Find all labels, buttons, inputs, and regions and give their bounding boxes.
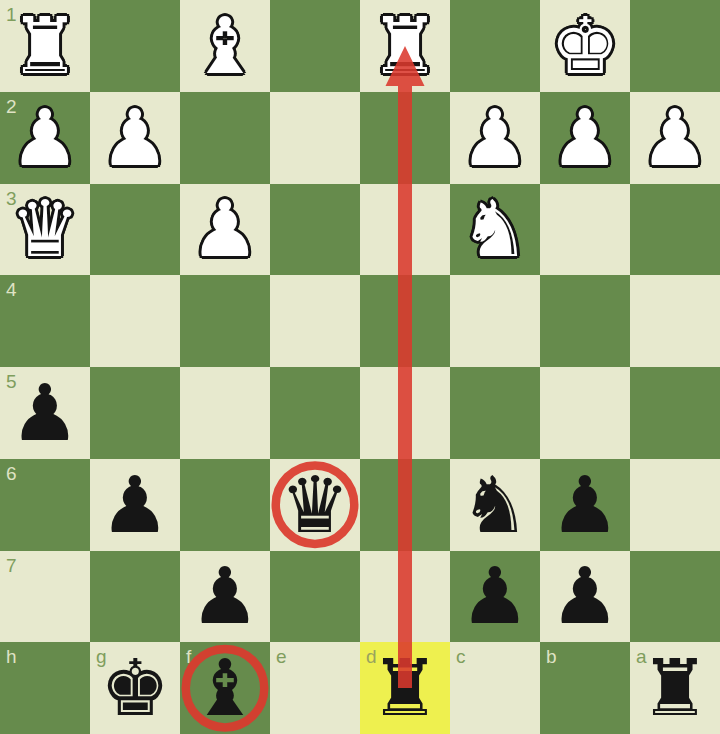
square-b2[interactable]: ♟ — [540, 92, 630, 184]
white-pawn[interactable]: ♟ — [630, 92, 720, 184]
white-pawn[interactable]: ♟ — [180, 184, 270, 276]
square-b4[interactable] — [540, 275, 630, 367]
black-pawn[interactable]: ♟ — [540, 459, 630, 551]
black-queen[interactable]: ♛ — [270, 459, 360, 551]
square-d3[interactable] — [360, 184, 450, 276]
rank-label-4: 4 — [6, 280, 17, 299]
square-c6[interactable]: ♞ — [450, 459, 540, 551]
square-e2[interactable] — [270, 92, 360, 184]
square-f4[interactable] — [180, 275, 270, 367]
square-f8[interactable]: ♝f — [180, 642, 270, 734]
square-e1[interactable] — [270, 0, 360, 92]
file-label-h: h — [6, 647, 17, 666]
square-g4[interactable] — [90, 275, 180, 367]
square-b5[interactable] — [540, 367, 630, 459]
square-f7[interactable]: ♟ — [180, 551, 270, 643]
square-d7[interactable] — [360, 551, 450, 643]
square-h5[interactable]: ♟5 — [0, 367, 90, 459]
white-pawn[interactable]: ♟ — [540, 92, 630, 184]
black-rook[interactable]: ♜ — [630, 642, 720, 734]
black-rook[interactable]: ♜ — [360, 642, 450, 734]
square-b3[interactable] — [540, 184, 630, 276]
square-a8[interactable]: ♜a — [630, 642, 720, 734]
square-g6[interactable]: ♟ — [90, 459, 180, 551]
square-f6[interactable] — [180, 459, 270, 551]
square-h6[interactable]: 6 — [0, 459, 90, 551]
square-b1[interactable]: ♚ — [540, 0, 630, 92]
square-h7[interactable]: 7 — [0, 551, 90, 643]
square-g2[interactable]: ♟ — [90, 92, 180, 184]
file-label-c: c — [456, 647, 466, 666]
white-queen[interactable]: ♛ — [0, 184, 90, 276]
square-h4[interactable]: 4 — [0, 275, 90, 367]
white-pawn[interactable]: ♟ — [450, 92, 540, 184]
white-bishop[interactable]: ♝ — [180, 0, 270, 92]
square-f5[interactable] — [180, 367, 270, 459]
square-c8[interactable]: c — [450, 642, 540, 734]
square-a6[interactable] — [630, 459, 720, 551]
square-f1[interactable]: ♝ — [180, 0, 270, 92]
rank-label-6: 6 — [6, 464, 17, 483]
black-pawn[interactable]: ♟ — [450, 551, 540, 643]
square-d5[interactable] — [360, 367, 450, 459]
square-d2[interactable] — [360, 92, 450, 184]
black-bishop[interactable]: ♝ — [180, 642, 270, 734]
square-b7[interactable]: ♟ — [540, 551, 630, 643]
white-knight[interactable]: ♞ — [450, 184, 540, 276]
square-a5[interactable] — [630, 367, 720, 459]
rank-label-7: 7 — [6, 556, 17, 575]
square-e5[interactable] — [270, 367, 360, 459]
square-h2[interactable]: ♟2 — [0, 92, 90, 184]
square-e6[interactable]: ♛ — [270, 459, 360, 551]
white-pawn[interactable]: ♟ — [0, 92, 90, 184]
square-e4[interactable] — [270, 275, 360, 367]
black-knight[interactable]: ♞ — [450, 459, 540, 551]
square-e3[interactable] — [270, 184, 360, 276]
square-b6[interactable]: ♟ — [540, 459, 630, 551]
white-king[interactable]: ♚ — [540, 0, 630, 92]
square-e8[interactable]: e — [270, 642, 360, 734]
square-g3[interactable] — [90, 184, 180, 276]
square-f2[interactable] — [180, 92, 270, 184]
square-c1[interactable] — [450, 0, 540, 92]
file-label-b: b — [546, 647, 557, 666]
square-e7[interactable] — [270, 551, 360, 643]
chess-board: ♜1♝♜♚♟2♟♟♟♟♛3♟♞4♟56♟♛♞♟7♟♟♟h♚g♝fe♜dcb♜a — [0, 0, 720, 734]
square-g5[interactable] — [90, 367, 180, 459]
square-d1[interactable]: ♜ — [360, 0, 450, 92]
square-b8[interactable]: b — [540, 642, 630, 734]
file-label-e: e — [276, 647, 287, 666]
square-c3[interactable]: ♞ — [450, 184, 540, 276]
white-rook[interactable]: ♜ — [0, 0, 90, 92]
white-pawn[interactable]: ♟ — [90, 92, 180, 184]
square-d4[interactable] — [360, 275, 450, 367]
square-c4[interactable] — [450, 275, 540, 367]
square-d6[interactable] — [360, 459, 450, 551]
square-d8[interactable]: ♜d — [360, 642, 450, 734]
square-a2[interactable]: ♟ — [630, 92, 720, 184]
square-g1[interactable] — [90, 0, 180, 92]
black-king[interactable]: ♚ — [90, 642, 180, 734]
square-c5[interactable] — [450, 367, 540, 459]
square-a3[interactable] — [630, 184, 720, 276]
square-c7[interactable]: ♟ — [450, 551, 540, 643]
black-pawn[interactable]: ♟ — [90, 459, 180, 551]
square-g8[interactable]: ♚g — [90, 642, 180, 734]
square-f3[interactable]: ♟ — [180, 184, 270, 276]
square-h8[interactable]: h — [0, 642, 90, 734]
board-squares: ♜1♝♜♚♟2♟♟♟♟♛3♟♞4♟56♟♛♞♟7♟♟♟h♚g♝fe♜dcb♜a — [0, 0, 720, 734]
black-pawn[interactable]: ♟ — [0, 367, 90, 459]
square-a4[interactable] — [630, 275, 720, 367]
black-pawn[interactable]: ♟ — [540, 551, 630, 643]
white-rook[interactable]: ♜ — [360, 0, 450, 92]
square-c2[interactable]: ♟ — [450, 92, 540, 184]
square-h3[interactable]: ♛3 — [0, 184, 90, 276]
black-pawn[interactable]: ♟ — [180, 551, 270, 643]
square-a1[interactable] — [630, 0, 720, 92]
square-h1[interactable]: ♜1 — [0, 0, 90, 92]
square-g7[interactable] — [90, 551, 180, 643]
square-a7[interactable] — [630, 551, 720, 643]
